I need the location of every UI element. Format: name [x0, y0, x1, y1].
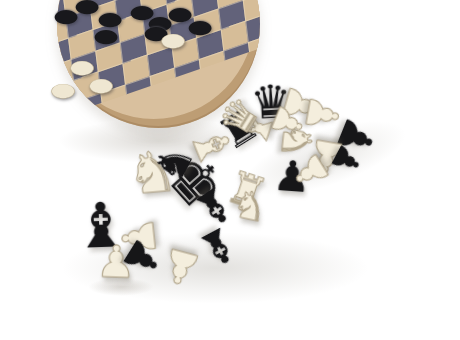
cream-checker-piece: ● [88, 76, 114, 95]
cream-checker-piece: ● [160, 31, 186, 50]
product-photo-scene: ●●●●●●●●●●●●● ♞♚♝♟♛♜♟♝♜♟♝♟♟♝♟♟♟♟♞♝♞♟♟♛♟♞ [0, 0, 460, 340]
white-knight-leaning: ♞ [229, 184, 270, 228]
dark-checker-piece: ● [93, 27, 119, 46]
cream-checker-piece: ● [50, 81, 76, 100]
dark-checker-piece: ● [167, 5, 193, 24]
